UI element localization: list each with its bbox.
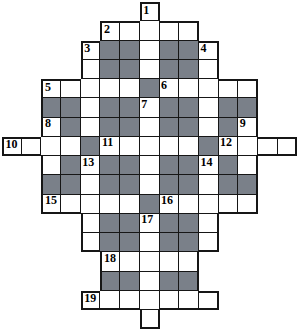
shaded-cell-r9c12 <box>219 156 239 175</box>
cell-r16c11[interactable] <box>199 291 219 310</box>
void <box>278 272 298 291</box>
void <box>219 41 239 60</box>
void <box>238 41 258 60</box>
clue-number-17: 17 <box>141 213 153 226</box>
void <box>199 21 219 40</box>
cell-r8c1[interactable]: 10 <box>2 137 22 156</box>
cell-r10c11[interactable] <box>199 175 219 194</box>
void <box>258 60 278 79</box>
void <box>2 272 22 291</box>
void <box>22 175 42 194</box>
void <box>120 310 140 329</box>
void <box>258 175 278 194</box>
void <box>258 272 278 291</box>
cell-r2c6[interactable]: 2 <box>100 21 120 40</box>
cell-r10c5[interactable] <box>81 175 101 194</box>
void <box>199 310 219 329</box>
void <box>278 156 298 175</box>
void <box>41 252 61 271</box>
clue-number-19: 19 <box>84 292 96 305</box>
cell-r12c11[interactable] <box>199 214 219 233</box>
cell-r8c4[interactable] <box>61 137 81 156</box>
void <box>22 252 42 271</box>
void <box>258 156 278 175</box>
void <box>2 79 22 98</box>
shaded-cell-r8c5 <box>81 137 101 156</box>
shaded-cell-r10c3 <box>41 175 61 194</box>
void <box>81 2 101 21</box>
void <box>41 233 61 252</box>
void <box>100 2 120 21</box>
cell-r7c11[interactable] <box>199 118 219 137</box>
void <box>258 21 278 40</box>
shaded-cell-r4c9 <box>160 60 180 79</box>
cell-r11c10[interactable] <box>179 195 199 214</box>
shaded-cell-r8c11 <box>199 137 219 156</box>
cell-r7c13[interactable]: 9 <box>238 118 258 137</box>
void <box>2 252 22 271</box>
void <box>278 175 298 194</box>
void <box>258 310 278 329</box>
clue-number-10: 10 <box>6 138 18 151</box>
void <box>81 252 101 271</box>
cell-r14c8[interactable] <box>140 252 160 271</box>
cell-r9c3[interactable] <box>41 156 61 175</box>
cell-r9c8[interactable] <box>140 156 160 175</box>
cell-r9c11[interactable]: 14 <box>199 156 219 175</box>
clue-number-5: 5 <box>45 81 51 94</box>
shaded-cell-r7c7 <box>120 118 140 137</box>
shaded-cell-r15c10 <box>179 272 199 291</box>
cell-r12c5[interactable] <box>81 214 101 233</box>
void <box>258 2 278 21</box>
void <box>278 60 298 79</box>
void <box>22 310 42 329</box>
void <box>22 98 42 117</box>
shaded-cell-r6c7 <box>120 98 140 117</box>
void <box>22 79 42 98</box>
void <box>61 41 81 60</box>
clue-number-14: 14 <box>200 156 212 169</box>
void <box>258 118 278 137</box>
void <box>219 21 239 40</box>
cell-r5c11[interactable] <box>199 79 219 98</box>
shaded-cell-r9c9 <box>160 156 180 175</box>
void <box>81 21 101 40</box>
shaded-cell-r10c6 <box>100 175 120 194</box>
clue-number-2: 2 <box>104 23 110 36</box>
shaded-cell-r3c7 <box>120 41 140 60</box>
void <box>61 60 81 79</box>
shaded-cell-r9c10 <box>179 156 199 175</box>
cell-r5c6[interactable] <box>100 79 120 98</box>
cell-r16c7[interactable] <box>120 291 140 310</box>
cell-r4c11[interactable] <box>199 60 219 79</box>
cell-r11c13[interactable] <box>238 195 258 214</box>
shaded-cell-r9c7 <box>120 156 140 175</box>
cell-r5c3[interactable]: 5 <box>41 79 61 98</box>
void <box>2 21 22 40</box>
void <box>22 291 42 310</box>
shaded-cell-r10c13 <box>238 175 258 194</box>
cell-r2c8[interactable] <box>140 21 160 40</box>
cell-r8c2[interactable] <box>22 137 42 156</box>
cell-r3c8[interactable] <box>140 41 160 60</box>
void <box>61 2 81 21</box>
cell-r8c12[interactable]: 12 <box>219 137 239 156</box>
shaded-cell-r6c13 <box>238 98 258 117</box>
void <box>160 310 180 329</box>
void <box>2 98 22 117</box>
shaded-cell-r10c10 <box>179 175 199 194</box>
cell-r11c4[interactable] <box>61 195 81 214</box>
cell-r17c8[interactable] <box>140 310 160 329</box>
cell-r13c11[interactable] <box>199 233 219 252</box>
cell-r8c8[interactable] <box>140 137 160 156</box>
void <box>238 2 258 21</box>
cell-r8c10[interactable] <box>179 137 199 156</box>
shaded-cell-r9c4 <box>61 156 81 175</box>
cell-r1c8[interactable]: 1 <box>140 2 160 21</box>
cell-r7c3[interactable]: 8 <box>41 118 61 137</box>
void <box>238 291 258 310</box>
shaded-cell-r3c10 <box>179 41 199 60</box>
cell-r8c9[interactable] <box>160 137 180 156</box>
cell-r11c12[interactable] <box>219 195 239 214</box>
void <box>2 156 22 175</box>
cell-r8c14[interactable] <box>258 137 278 156</box>
cell-r16c10[interactable] <box>179 291 199 310</box>
cell-r11c9[interactable]: 16 <box>160 195 180 214</box>
void <box>81 272 101 291</box>
cell-r2c7[interactable] <box>120 21 140 40</box>
cell-r2c9[interactable] <box>160 21 180 40</box>
shaded-cell-r12c10 <box>179 214 199 233</box>
void <box>2 41 22 60</box>
void <box>2 118 22 137</box>
void <box>238 310 258 329</box>
cell-r2c10[interactable] <box>179 21 199 40</box>
cell-r5c13[interactable] <box>238 79 258 98</box>
shaded-cell-r7c4 <box>61 118 81 137</box>
void <box>258 214 278 233</box>
cell-r11c11[interactable] <box>199 195 219 214</box>
shaded-cell-r15c6 <box>100 272 120 291</box>
shaded-cell-r3c6 <box>100 41 120 60</box>
void <box>22 272 42 291</box>
cell-r8c3[interactable] <box>41 137 61 156</box>
cell-r3c5[interactable]: 3 <box>81 41 101 60</box>
void <box>238 60 258 79</box>
shaded-cell-r10c7 <box>120 175 140 194</box>
cell-r5c9[interactable]: 6 <box>160 79 180 98</box>
shaded-cell-r3c9 <box>160 41 180 60</box>
void <box>278 98 298 117</box>
shaded-cell-r6c12 <box>219 98 239 117</box>
void <box>61 272 81 291</box>
cell-r13c8[interactable] <box>140 233 160 252</box>
cell-r8c13[interactable] <box>238 137 258 156</box>
cell-r8c15[interactable] <box>278 137 298 156</box>
clue-number-18: 18 <box>104 252 116 265</box>
shaded-cell-r6c10 <box>179 98 199 117</box>
void <box>278 2 298 21</box>
void <box>22 60 42 79</box>
void <box>258 41 278 60</box>
void <box>219 60 239 79</box>
void <box>22 118 42 137</box>
void <box>278 233 298 252</box>
void <box>179 310 199 329</box>
cell-r13c5[interactable] <box>81 233 101 252</box>
void <box>2 175 22 194</box>
void <box>199 252 219 271</box>
void <box>258 233 278 252</box>
shaded-cell-r7c9 <box>160 118 180 137</box>
cell-r14c10[interactable] <box>179 252 199 271</box>
clue-number-7: 7 <box>141 98 147 111</box>
clue-number-9: 9 <box>240 117 246 130</box>
void <box>278 41 298 60</box>
void <box>258 195 278 214</box>
void <box>61 21 81 40</box>
void <box>22 195 42 214</box>
shaded-cell-r4c7 <box>120 60 140 79</box>
shaded-cell-r12c9 <box>160 214 180 233</box>
cell-r15c8[interactable] <box>140 272 160 291</box>
shaded-cell-r12c6 <box>100 214 120 233</box>
cell-r14c9[interactable] <box>160 252 180 271</box>
void <box>22 21 42 40</box>
cell-r11c3[interactable]: 15 <box>41 195 61 214</box>
void <box>219 272 239 291</box>
shaded-cell-r6c9 <box>160 98 180 117</box>
cell-r4c5[interactable] <box>81 60 101 79</box>
cell-r6c8[interactable]: 7 <box>140 98 160 117</box>
void <box>219 291 239 310</box>
void <box>238 214 258 233</box>
cell-r4c8[interactable] <box>140 60 160 79</box>
void <box>238 21 258 40</box>
cell-r9c5[interactable]: 13 <box>81 156 101 175</box>
cell-r14c6[interactable]: 18 <box>100 252 120 271</box>
cell-r6c5[interactable] <box>81 98 101 117</box>
void <box>41 272 61 291</box>
void <box>22 156 42 175</box>
shaded-cell-r13c6 <box>100 233 120 252</box>
void <box>2 310 22 329</box>
cell-r10c8[interactable] <box>140 175 160 194</box>
void <box>179 2 199 21</box>
shaded-cell-r6c4 <box>61 98 81 117</box>
void <box>258 252 278 271</box>
shaded-cell-r5c8 <box>140 79 160 98</box>
void <box>219 233 239 252</box>
void <box>2 214 22 233</box>
shaded-cell-r4c10 <box>179 60 199 79</box>
void <box>81 310 101 329</box>
void <box>100 310 120 329</box>
clue-number-6: 6 <box>161 79 167 92</box>
clue-number-15: 15 <box>45 194 57 207</box>
void <box>2 195 22 214</box>
shaded-cell-r12c7 <box>120 214 140 233</box>
clue-number-1: 1 <box>143 4 149 17</box>
void <box>61 252 81 271</box>
shaded-cell-r7c12 <box>219 118 239 137</box>
cell-r5c7[interactable] <box>120 79 140 98</box>
void <box>219 310 239 329</box>
cell-r8c6[interactable]: 11 <box>100 137 120 156</box>
cell-r3c11[interactable]: 4 <box>199 41 219 60</box>
void <box>238 233 258 252</box>
cell-r16c5[interactable]: 19 <box>81 291 101 310</box>
cell-r5c10[interactable] <box>179 79 199 98</box>
void <box>278 21 298 40</box>
cell-r11c6[interactable] <box>100 195 120 214</box>
void <box>219 214 239 233</box>
void <box>61 233 81 252</box>
void <box>278 214 298 233</box>
void <box>258 98 278 117</box>
cell-r7c5[interactable] <box>81 118 101 137</box>
shaded-cell-r6c6 <box>100 98 120 117</box>
clue-number-8: 8 <box>45 117 51 130</box>
void <box>160 2 180 21</box>
cell-r12c8[interactable]: 17 <box>140 214 160 233</box>
shaded-cell-r9c6 <box>100 156 120 175</box>
shaded-cell-r4c6 <box>100 60 120 79</box>
shaded-cell-r10c4 <box>61 175 81 194</box>
void <box>41 41 61 60</box>
void <box>41 21 61 40</box>
void <box>22 233 42 252</box>
cell-r16c8[interactable] <box>140 291 160 310</box>
cell-r16c6[interactable] <box>100 291 120 310</box>
void <box>219 252 239 271</box>
cell-r7c8[interactable] <box>140 118 160 137</box>
shaded-cell-r7c10 <box>179 118 199 137</box>
void <box>238 272 258 291</box>
cell-r9c13[interactable] <box>238 156 258 175</box>
shaded-cell-r13c7 <box>120 233 140 252</box>
void <box>120 2 140 21</box>
shaded-cell-r15c9 <box>160 272 180 291</box>
shaded-cell-r15c7 <box>120 272 140 291</box>
shaded-cell-r11c8 <box>140 195 160 214</box>
void <box>61 310 81 329</box>
void <box>278 195 298 214</box>
void <box>41 60 61 79</box>
void <box>2 233 22 252</box>
shaded-cell-r6c3 <box>41 98 61 117</box>
clue-number-3: 3 <box>84 42 90 55</box>
void <box>278 79 298 98</box>
cell-r5c4[interactable] <box>61 79 81 98</box>
cell-r5c5[interactable] <box>81 79 101 98</box>
cell-r14c7[interactable] <box>120 252 140 271</box>
void <box>2 60 22 79</box>
void <box>41 291 61 310</box>
crossword-grid: 12345678910111213141516171819 <box>2 2 298 329</box>
cell-r5c12[interactable] <box>219 79 239 98</box>
void <box>278 291 298 310</box>
void <box>199 272 219 291</box>
void <box>258 291 278 310</box>
void <box>278 310 298 329</box>
void <box>2 291 22 310</box>
shaded-cell-r13c9 <box>160 233 180 252</box>
void <box>199 2 219 21</box>
void <box>41 2 61 21</box>
void <box>278 252 298 271</box>
void <box>258 79 278 98</box>
clue-number-12: 12 <box>220 136 232 149</box>
clue-number-11: 11 <box>102 136 113 149</box>
void <box>61 291 81 310</box>
clue-number-4: 4 <box>200 42 206 55</box>
void <box>22 41 42 60</box>
void <box>219 2 239 21</box>
cell-r11c7[interactable] <box>120 195 140 214</box>
void <box>41 214 61 233</box>
cell-r8c7[interactable] <box>120 137 140 156</box>
void <box>22 2 42 21</box>
shaded-cell-r7c6 <box>100 118 120 137</box>
cell-r6c11[interactable] <box>199 98 219 117</box>
void <box>2 2 22 21</box>
void <box>22 214 42 233</box>
shaded-cell-r10c12 <box>219 175 239 194</box>
shaded-cell-r13c10 <box>179 233 199 252</box>
cell-r11c5[interactable] <box>81 195 101 214</box>
cell-r16c9[interactable] <box>160 291 180 310</box>
clue-number-13: 13 <box>82 156 94 169</box>
void <box>41 310 61 329</box>
void <box>278 118 298 137</box>
shaded-cell-r10c9 <box>160 175 180 194</box>
void <box>61 214 81 233</box>
void <box>238 252 258 271</box>
clue-number-16: 16 <box>161 194 173 207</box>
